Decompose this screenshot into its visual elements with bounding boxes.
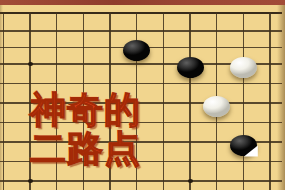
grid-line-h <box>0 12 282 15</box>
caption-line-1: 神奇的 <box>30 90 141 129</box>
black-stone[interactable] <box>230 135 257 156</box>
black-stone[interactable] <box>123 40 150 61</box>
grid-line-v <box>243 12 244 190</box>
star-point <box>28 62 33 67</box>
star-point <box>188 179 193 184</box>
screenshot-frame: 神奇的 二路点 <box>0 0 285 190</box>
star-point <box>28 179 33 184</box>
caption-line-2: 二路点 <box>30 129 141 168</box>
last-move-triangle-marker <box>243 145 258 157</box>
white-stone[interactable] <box>203 96 230 117</box>
black-stone[interactable] <box>177 57 204 78</box>
grid-line-v <box>189 12 190 190</box>
caption-overlay: 神奇的 二路点 <box>30 90 141 168</box>
grid-line-h <box>0 83 282 84</box>
left-edge-shade <box>0 0 3 190</box>
grid-line-h <box>0 180 282 181</box>
top-banner-strip <box>0 0 285 5</box>
grid-line-v <box>269 12 270 190</box>
grid-line-v <box>163 12 164 190</box>
white-stone[interactable] <box>230 57 257 78</box>
right-edge-shade <box>277 0 285 190</box>
grid-line-h <box>0 30 282 31</box>
